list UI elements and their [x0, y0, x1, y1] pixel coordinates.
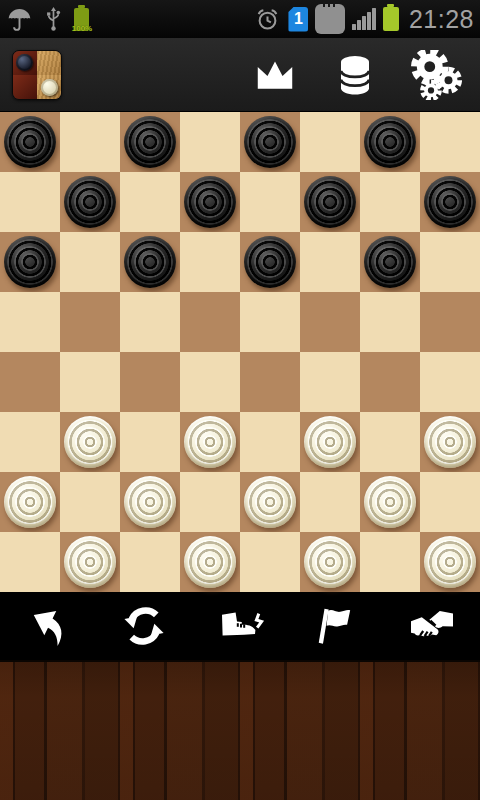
white-checker[interactable] [64, 536, 116, 588]
sim-notification-badge: 1 [288, 7, 308, 32]
board-square-r5c6[interactable] [360, 412, 420, 472]
battery-100-icon: 100% [74, 8, 89, 31]
phone-screen: 100% 1 [0, 0, 480, 800]
black-checker[interactable] [184, 176, 236, 228]
board-square-r4c7[interactable] [420, 352, 480, 412]
board-square-r7c2[interactable] [120, 532, 180, 592]
board-square-r4c5[interactable] [300, 352, 360, 412]
notification-count: 1 [294, 10, 303, 28]
board-square-r4c4[interactable] [240, 352, 300, 412]
black-checker[interactable] [4, 116, 56, 168]
board-square-r3c7[interactable] [420, 292, 480, 352]
black-checker[interactable] [244, 236, 296, 288]
umbrella-icon [6, 6, 33, 33]
saved-games-button[interactable] [334, 52, 376, 98]
board-square-r2c4[interactable] [240, 232, 300, 292]
board-square-r7c1[interactable] [60, 532, 120, 592]
gears-icon [410, 50, 462, 100]
alarm-clock-icon [254, 6, 281, 33]
board-square-r3c3[interactable] [180, 292, 240, 352]
board-square-r7c0[interactable] [0, 532, 60, 592]
black-checker[interactable] [304, 176, 356, 228]
black-checker[interactable] [124, 116, 176, 168]
status-bar: 100% 1 [0, 0, 480, 38]
board-square-r1c7[interactable] [420, 172, 480, 232]
undo-arrow-icon [16, 594, 80, 658]
crown-button[interactable] [250, 53, 300, 97]
board-square-r1c6[interactable] [360, 172, 420, 232]
offer-draw-button[interactable] [397, 598, 467, 654]
board-square-r6c0[interactable] [0, 472, 60, 532]
kick-button[interactable] [205, 598, 275, 654]
bottom-toolbar [0, 592, 480, 660]
board-square-r7c6[interactable] [360, 532, 420, 592]
board-square-r6c7[interactable] [420, 472, 480, 532]
black-checker[interactable] [364, 116, 416, 168]
restart-arrows-icon [121, 602, 167, 650]
white-checker[interactable] [304, 536, 356, 588]
board-square-r4c3[interactable] [180, 352, 240, 412]
board-square-r6c6[interactable] [360, 472, 420, 532]
board-square-r3c5[interactable] [300, 292, 360, 352]
board-square-r2c0[interactable] [0, 232, 60, 292]
white-checker[interactable] [364, 476, 416, 528]
board-square-r1c2[interactable] [120, 172, 180, 232]
checkers-app-icon[interactable] [12, 50, 62, 100]
black-checker[interactable] [364, 236, 416, 288]
board-square-r0c6[interactable] [360, 112, 420, 172]
board-square-r6c5[interactable] [300, 472, 360, 532]
status-bar-left: 100% [6, 6, 89, 33]
battery-full-icon [383, 7, 399, 31]
wood-background [0, 660, 480, 800]
board-square-r0c2[interactable] [120, 112, 180, 172]
board-square-r5c0[interactable] [0, 412, 60, 472]
board-square-r1c3[interactable] [180, 172, 240, 232]
board-square-r5c4[interactable] [240, 412, 300, 472]
board-square-r7c4[interactable] [240, 532, 300, 592]
board-square-r5c5[interactable] [300, 412, 360, 472]
mobile-network-box-icon [315, 4, 345, 34]
kick-boot-icon [214, 602, 266, 650]
clock-time: 21:28 [409, 5, 474, 34]
board-square-r2c3[interactable] [180, 232, 240, 292]
board-square-r3c2[interactable] [120, 292, 180, 352]
board-square-r3c1[interactable] [60, 292, 120, 352]
board-square-r7c5[interactable] [300, 532, 360, 592]
white-checker[interactable] [64, 416, 116, 468]
battery-percent-label: 100% [71, 24, 93, 33]
board-square-r7c3[interactable] [180, 532, 240, 592]
board-square-r4c2[interactable] [120, 352, 180, 412]
board-square-r2c7[interactable] [420, 232, 480, 292]
board-square-r6c4[interactable] [240, 472, 300, 532]
board-square-r1c1[interactable] [60, 172, 120, 232]
board-square-r1c0[interactable] [0, 172, 60, 232]
board-square-r2c6[interactable] [360, 232, 420, 292]
board-square-r0c3[interactable] [180, 112, 240, 172]
board-square-r3c6[interactable] [360, 292, 420, 352]
board-square-r0c5[interactable] [300, 112, 360, 172]
board-square-r3c0[interactable] [0, 292, 60, 352]
board-square-r5c3[interactable] [180, 412, 240, 472]
board-square-r6c2[interactable] [120, 472, 180, 532]
black-checker[interactable] [424, 176, 476, 228]
white-checker[interactable] [424, 536, 476, 588]
board-square-r0c1[interactable] [60, 112, 120, 172]
black-checker[interactable] [64, 176, 116, 228]
checkers-board [0, 112, 480, 592]
white-checker[interactable] [424, 416, 476, 468]
white-checker[interactable] [304, 416, 356, 468]
board-square-r5c2[interactable] [120, 412, 180, 472]
white-checker[interactable] [184, 416, 236, 468]
board-square-r1c4[interactable] [240, 172, 300, 232]
signal-strength-icon [352, 8, 376, 30]
restart-game-button[interactable] [109, 598, 179, 654]
app-icon-white-piece [41, 79, 58, 96]
board-square-r2c2[interactable] [120, 232, 180, 292]
board-square-r5c1[interactable] [60, 412, 120, 472]
board-square-r6c1[interactable] [60, 472, 120, 532]
flag-icon [313, 602, 359, 650]
black-checker[interactable] [124, 236, 176, 288]
undo-move-button[interactable] [13, 598, 83, 654]
board-square-r2c5[interactable] [300, 232, 360, 292]
white-checker[interactable] [244, 476, 296, 528]
app-icon-black-piece [16, 54, 33, 71]
settings-button[interactable] [410, 50, 462, 100]
white-checker[interactable] [4, 476, 56, 528]
action-bar [0, 38, 480, 112]
board-square-r0c7[interactable] [420, 112, 480, 172]
board-square-r4c6[interactable] [360, 352, 420, 412]
resign-button[interactable] [301, 598, 371, 654]
database-icon [334, 52, 376, 98]
status-bar-right: 1 21:28 [254, 4, 474, 34]
board-square-r2c1[interactable] [60, 232, 120, 292]
white-checker[interactable] [184, 536, 236, 588]
battery-nub [78, 5, 85, 8]
board-square-r7c7[interactable] [420, 532, 480, 592]
board-square-r4c0[interactable] [0, 352, 60, 412]
white-checker[interactable] [124, 476, 176, 528]
board-square-r3c4[interactable] [240, 292, 300, 352]
board-square-r4c1[interactable] [60, 352, 120, 412]
board-square-r6c3[interactable] [180, 472, 240, 532]
board-square-r0c4[interactable] [240, 112, 300, 172]
black-checker[interactable] [244, 116, 296, 168]
handshake-icon [406, 602, 458, 650]
black-checker[interactable] [4, 236, 56, 288]
board-square-r5c7[interactable] [420, 412, 480, 472]
usb-icon [42, 6, 65, 33]
board-square-r0c0[interactable] [0, 112, 60, 172]
board-square-r1c5[interactable] [300, 172, 360, 232]
crown-icon [250, 53, 300, 97]
